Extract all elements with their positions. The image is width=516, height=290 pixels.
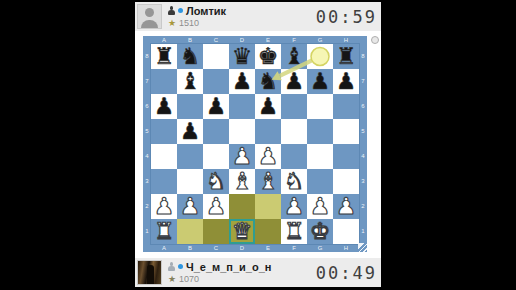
board-zone: ABCDEFGH ABCDEFGH 87654321 87654321 ♜♞♛♚…	[135, 31, 381, 258]
square-d4[interactable]: ♟	[229, 144, 255, 169]
app-canvas: Ломтик ★ 1510 00:59 ABCDEFGH ABCDEFGH 87…	[0, 0, 516, 290]
square-g2[interactable]: ♟	[307, 194, 333, 219]
rank-labels-right: 87654321	[359, 44, 367, 244]
square-c3[interactable]: ♞	[203, 169, 229, 194]
square-d1[interactable]: ♛	[229, 219, 255, 244]
avatar-photo-chess-piece	[147, 265, 154, 285]
square-a3[interactable]	[151, 169, 177, 194]
square-f1[interactable]: ♜	[281, 219, 307, 244]
square-g1[interactable]: ♚	[307, 219, 333, 244]
white-bishop[interactable]: ♝	[258, 169, 279, 194]
square-c8[interactable]	[203, 44, 229, 69]
bottom-player-rating: 1070	[179, 274, 199, 284]
black-knight[interactable]: ♞	[258, 69, 279, 94]
square-d6[interactable]	[229, 94, 255, 119]
square-d8[interactable]: ♛	[229, 44, 255, 69]
square-a5[interactable]	[151, 119, 177, 144]
square-h7[interactable]: ♟	[333, 69, 359, 94]
square-h8[interactable]: ♜	[333, 44, 359, 69]
square-h4[interactable]	[333, 144, 359, 169]
white-pawn[interactable]: ♟	[232, 144, 253, 169]
square-e8[interactable]: ♚	[255, 44, 281, 69]
black-pawn[interactable]: ♟	[336, 69, 357, 94]
square-b3[interactable]	[177, 169, 203, 194]
square-c6[interactable]: ♟	[203, 94, 229, 119]
black-pawn[interactable]: ♟	[284, 69, 305, 94]
square-a6[interactable]: ♟	[151, 94, 177, 119]
square-f3[interactable]: ♞	[281, 169, 307, 194]
white-pawn[interactable]: ♟	[180, 194, 201, 219]
bottom-player-avatar[interactable]	[137, 260, 162, 285]
bottom-player-clock: 00:49	[316, 263, 377, 283]
game-panel: Ломтик ★ 1510 00:59 ABCDEFGH ABCDEFGH 87…	[135, 0, 381, 290]
online-status-dot	[178, 8, 183, 13]
file-labels-bottom: ABCDEFGH	[151, 244, 359, 252]
square-c2[interactable]: ♟	[203, 194, 229, 219]
square-g4[interactable]	[307, 144, 333, 169]
square-c5[interactable]	[203, 119, 229, 144]
square-h2[interactable]: ♟	[333, 194, 359, 219]
square-h3[interactable]	[333, 169, 359, 194]
square-c4[interactable]	[203, 144, 229, 169]
player-type-icon	[168, 6, 175, 15]
square-d3[interactable]: ♝	[229, 169, 255, 194]
white-pawn[interactable]: ♟	[284, 194, 305, 219]
black-pawn[interactable]: ♟	[310, 69, 331, 94]
square-g8[interactable]	[307, 44, 333, 69]
square-e3[interactable]: ♝	[255, 169, 281, 194]
white-pawn[interactable]: ♟	[310, 194, 331, 219]
square-f4[interactable]	[281, 144, 307, 169]
rank-labels-left: 87654321	[143, 44, 151, 244]
square-h6[interactable]	[333, 94, 359, 119]
square-g7[interactable]: ♟	[307, 69, 333, 94]
square-a4[interactable]	[151, 144, 177, 169]
top-player-name[interactable]: Ломтик	[186, 5, 226, 17]
white-rook[interactable]: ♜	[284, 219, 305, 244]
square-d2[interactable]	[229, 194, 255, 219]
square-f7[interactable]: ♟	[281, 69, 307, 94]
black-rook[interactable]: ♜	[336, 44, 357, 69]
online-status-dot	[178, 264, 183, 269]
top-player-clock: 00:59	[316, 7, 377, 27]
square-b8[interactable]: ♞	[177, 44, 203, 69]
black-pawn[interactable]: ♟	[232, 69, 253, 94]
square-a2[interactable]: ♟	[151, 194, 177, 219]
square-c7[interactable]	[203, 69, 229, 94]
black-pawn[interactable]: ♟	[258, 94, 279, 119]
square-h5[interactable]	[333, 119, 359, 144]
board-squares: ♜♞♛♚♝♜♝♟♞♟♟♟♟♟♟♟♟♟♞♝♝♞♟♟♟♟♟♟♜♛♜♚	[151, 44, 359, 244]
square-a8[interactable]: ♜	[151, 44, 177, 69]
black-rook[interactable]: ♜	[154, 44, 175, 69]
chess-board: ABCDEFGH ABCDEFGH 87654321 87654321 ♜♞♛♚…	[143, 36, 367, 252]
square-g3[interactable]	[307, 169, 333, 194]
square-f8[interactable]: ♝	[281, 44, 307, 69]
square-b4[interactable]	[177, 144, 203, 169]
black-bishop[interactable]: ♝	[284, 44, 305, 69]
white-pawn[interactable]: ♟	[154, 194, 175, 219]
square-b5[interactable]: ♟	[177, 119, 203, 144]
black-queen[interactable]: ♛	[232, 44, 253, 69]
square-e2[interactable]	[255, 194, 281, 219]
top-player-avatar[interactable]	[137, 4, 162, 29]
player-type-icon	[168, 262, 175, 271]
white-pawn[interactable]: ♟	[206, 194, 227, 219]
square-e1[interactable]	[255, 219, 281, 244]
white-pawn[interactable]: ♟	[336, 194, 357, 219]
square-b1[interactable]	[177, 219, 203, 244]
square-f6[interactable]	[281, 94, 307, 119]
square-f2[interactable]: ♟	[281, 194, 307, 219]
black-pawn[interactable]: ♟	[206, 94, 227, 119]
square-e7[interactable]: ♞	[255, 69, 281, 94]
black-knight[interactable]: ♞	[180, 44, 201, 69]
white-queen[interactable]: ♛	[232, 219, 253, 244]
square-a1[interactable]: ♜	[151, 219, 177, 244]
square-e6[interactable]: ♟	[255, 94, 281, 119]
square-f5[interactable]	[281, 119, 307, 144]
board-resize-handle[interactable]	[358, 243, 367, 252]
square-d7[interactable]: ♟	[229, 69, 255, 94]
square-c1[interactable]	[203, 219, 229, 244]
avatar-silhouette-body-icon	[141, 20, 158, 29]
square-h1[interactable]	[333, 219, 359, 244]
white-rook[interactable]: ♜	[154, 219, 175, 244]
avatar-silhouette-head-icon	[145, 8, 154, 17]
white-knight[interactable]: ♞	[206, 169, 227, 194]
black-king[interactable]: ♚	[258, 44, 279, 69]
white-king[interactable]: ♚	[310, 219, 331, 244]
white-bishop[interactable]: ♝	[232, 169, 253, 194]
white-knight[interactable]: ♞	[284, 169, 305, 194]
black-pawn[interactable]: ♟	[180, 119, 201, 144]
bottom-player-name[interactable]: Ч_е_м_п_и_о_н	[186, 261, 271, 273]
square-a7[interactable]	[151, 69, 177, 94]
square-g6[interactable]	[307, 94, 333, 119]
black-bishop[interactable]: ♝	[180, 69, 201, 94]
square-d5[interactable]	[229, 119, 255, 144]
square-e4[interactable]: ♟	[255, 144, 281, 169]
player-bar-top: Ломтик ★ 1510 00:59	[135, 2, 381, 31]
player-bar-bottom: Ч_е_м_п_и_о_н ★ 1070 00:49	[135, 258, 381, 287]
square-e5[interactable]	[255, 119, 281, 144]
square-g5[interactable]	[307, 119, 333, 144]
square-b7[interactable]: ♝	[177, 69, 203, 94]
black-pawn[interactable]: ♟	[154, 94, 175, 119]
square-b2[interactable]: ♟	[177, 194, 203, 219]
white-pawn[interactable]: ♟	[258, 144, 279, 169]
rating-star-icon: ★	[168, 275, 176, 284]
top-player-rating: 1510	[179, 18, 199, 28]
rating-star-icon: ★	[168, 19, 176, 28]
board-options-icon[interactable]	[371, 36, 379, 44]
square-b6[interactable]	[177, 94, 203, 119]
